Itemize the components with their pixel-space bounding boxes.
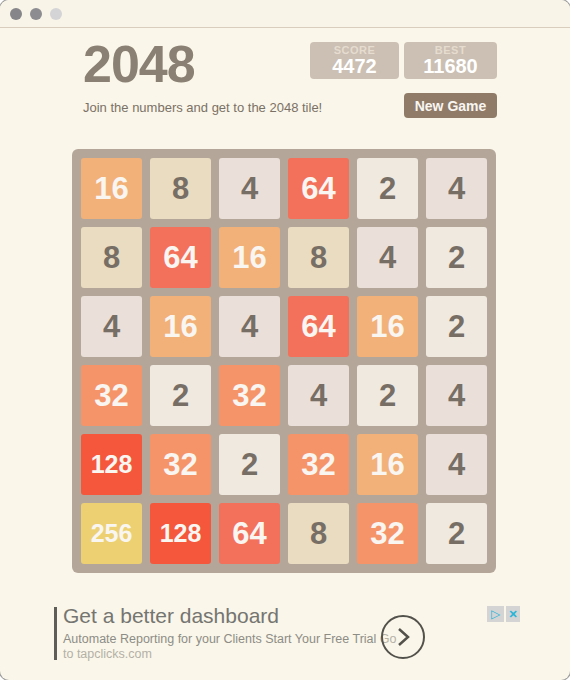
board-grid[interactable]: 1684642486416842416464162322324241283223…	[72, 149, 496, 573]
ad-description-text: Automate Reporting for your Clients Star…	[63, 632, 376, 646]
tile-r1c3: 4	[219, 158, 280, 219]
tile-r4c5: 2	[357, 365, 418, 426]
tile-r2c5: 4	[357, 227, 418, 288]
tile-r6c5: 32	[357, 503, 418, 564]
app-window: 2048 SCORE 4472 BEST 11680 Join the numb…	[0, 0, 570, 680]
close-button[interactable]	[10, 8, 22, 20]
chevron-right-icon	[395, 627, 411, 647]
best-box: BEST 11680	[404, 42, 497, 79]
tile-r2c6: 2	[426, 227, 487, 288]
tile-r2c2: 64	[150, 227, 211, 288]
ad-close-icon[interactable]: ✕	[506, 606, 520, 622]
tile-r4c3: 32	[219, 365, 280, 426]
best-value: 11680	[423, 56, 478, 77]
ad-headline-link[interactable]: Get a better dashboard	[63, 604, 279, 628]
tile-r2c3: 16	[219, 227, 280, 288]
tile-r6c4: 8	[288, 503, 349, 564]
tile-r1c6: 4	[426, 158, 487, 219]
tile-r5c4: 32	[288, 434, 349, 495]
tile-r1c5: 2	[357, 158, 418, 219]
tile-r5c1: 128	[81, 434, 142, 495]
new-game-button[interactable]: New Game	[404, 93, 497, 118]
tile-r6c3: 64	[219, 503, 280, 564]
tile-r6c2: 128	[150, 503, 211, 564]
adchoices-controls: ▷ ✕	[487, 606, 520, 622]
tile-r3c2: 16	[150, 296, 211, 357]
adchoices-icon[interactable]: ▷	[487, 606, 504, 622]
page-title: 2048	[83, 38, 195, 90]
tile-r3c1: 4	[81, 296, 142, 357]
tile-r6c1: 256	[81, 503, 142, 564]
score-box: SCORE 4472	[310, 42, 399, 79]
tile-r1c4: 64	[288, 158, 349, 219]
tile-r1c2: 8	[150, 158, 211, 219]
ad-description: Automate Reporting for your Clients Star…	[63, 632, 397, 646]
ad-url-part2: to tapclicks.com	[63, 647, 152, 661]
tile-r4c1: 32	[81, 365, 142, 426]
ad-cta-button[interactable]	[381, 615, 425, 659]
tile-r3c5: 16	[357, 296, 418, 357]
tile-r5c5: 16	[357, 434, 418, 495]
tile-r4c2: 2	[150, 365, 211, 426]
tile-r6c6: 2	[426, 503, 487, 564]
ad-divider-bar	[54, 607, 57, 660]
tile-r5c3: 2	[219, 434, 280, 495]
tile-r3c4: 64	[288, 296, 349, 357]
minimize-button[interactable]	[30, 8, 42, 20]
game-subtitle: Join the numbers and get to the 2048 til…	[83, 100, 322, 115]
tile-r4c6: 4	[426, 365, 487, 426]
titlebar	[0, 0, 570, 28]
tile-r2c1: 8	[81, 227, 142, 288]
zoom-button[interactable]	[50, 8, 62, 20]
tile-r2c4: 8	[288, 227, 349, 288]
tile-r3c6: 2	[426, 296, 487, 357]
tile-r3c3: 4	[219, 296, 280, 357]
tile-r5c6: 4	[426, 434, 487, 495]
tile-r5c2: 32	[150, 434, 211, 495]
tile-r1c1: 16	[81, 158, 142, 219]
tile-r4c4: 4	[288, 365, 349, 426]
score-value: 4472	[332, 56, 377, 77]
